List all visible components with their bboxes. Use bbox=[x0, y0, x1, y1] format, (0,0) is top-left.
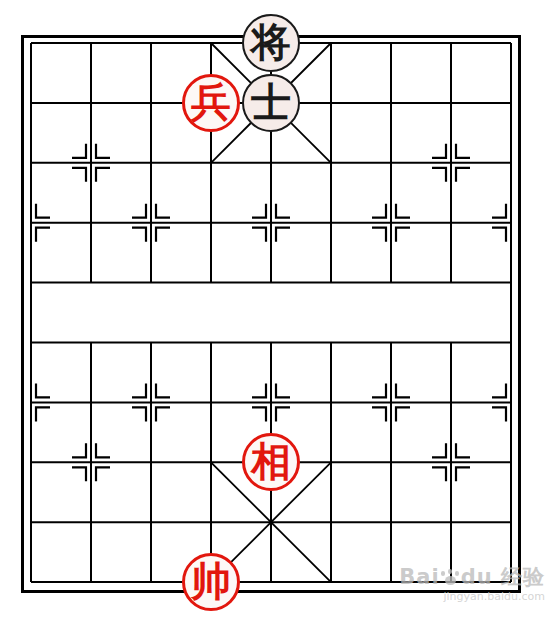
piece-black-general[interactable]: 将 bbox=[242, 14, 300, 72]
piece-red-general[interactable]: 帅 bbox=[182, 553, 240, 611]
piece-glyph: 将 bbox=[251, 22, 291, 62]
xiangqi-diagram: 将 士 兵 相 帅 Baidu 经验 jingyan.baidu.com bbox=[0, 0, 549, 620]
piece-glyph: 士 bbox=[251, 82, 291, 122]
piece-red-elephant[interactable]: 相 bbox=[242, 433, 300, 491]
piece-glyph: 兵 bbox=[191, 82, 231, 122]
piece-red-soldier[interactable]: 兵 bbox=[182, 74, 240, 132]
piece-glyph: 帅 bbox=[191, 561, 231, 601]
piece-glyph: 相 bbox=[251, 441, 291, 481]
piece-black-advisor[interactable]: 士 bbox=[242, 74, 300, 132]
